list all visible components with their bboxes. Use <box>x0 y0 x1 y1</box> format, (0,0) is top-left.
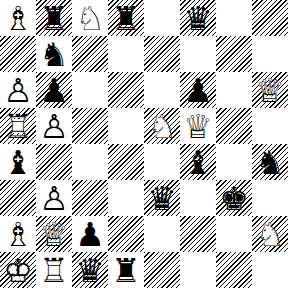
square-c7[interactable] <box>72 36 108 72</box>
white-bishop-glyph: ♗ <box>0 216 36 252</box>
square-f8[interactable]: ♕♛ <box>180 0 216 36</box>
square-d6[interactable] <box>108 72 144 108</box>
square-h7[interactable] <box>252 36 288 72</box>
square-e8[interactable] <box>144 0 180 36</box>
square-g7[interactable] <box>216 36 252 72</box>
piece-black-pawn[interactable]: ♙♟ <box>180 72 216 108</box>
black-pawn-glyph: ♟ <box>36 72 72 108</box>
white-queen-glyph: ♕ <box>36 216 72 252</box>
black-knight-glyph: ♞ <box>252 144 288 180</box>
square-f6[interactable]: ♙♟ <box>180 72 216 108</box>
square-h4[interactable]: ♘♞ <box>252 144 288 180</box>
square-h1[interactable] <box>252 252 288 288</box>
black-queen-glyph: ♛ <box>180 0 216 36</box>
piece-white-knight[interactable]: ♞♘ <box>252 216 288 252</box>
square-c6[interactable] <box>72 72 108 108</box>
square-f2[interactable] <box>180 216 216 252</box>
square-h3[interactable] <box>252 180 288 216</box>
piece-white-queen[interactable]: ♛♕ <box>36 216 72 252</box>
square-e2[interactable] <box>144 216 180 252</box>
piece-black-pawn[interactable]: ♙♟ <box>36 72 72 108</box>
square-h5[interactable] <box>252 108 288 144</box>
white-queen-glyph: ♕ <box>180 108 216 144</box>
piece-black-bishop[interactable]: ♗♝ <box>180 144 216 180</box>
square-f5[interactable]: ♛♕ <box>180 108 216 144</box>
square-g1[interactable] <box>216 252 252 288</box>
white-knight-glyph: ♘ <box>252 216 288 252</box>
black-queen-glyph: ♛ <box>72 252 108 288</box>
square-a2[interactable]: ♝♗ <box>0 216 36 252</box>
square-g4[interactable] <box>216 144 252 180</box>
piece-white-knight[interactable]: ♞♘ <box>144 108 180 144</box>
square-f1[interactable] <box>180 252 216 288</box>
black-queen-glyph: ♛ <box>144 180 180 216</box>
white-knight-glyph: ♘ <box>72 0 108 36</box>
square-a3[interactable] <box>0 180 36 216</box>
square-f3[interactable] <box>180 180 216 216</box>
white-queen-glyph: ♕ <box>252 72 288 108</box>
piece-black-king[interactable]: ♔♚ <box>216 180 252 216</box>
square-d4[interactable] <box>108 144 144 180</box>
square-g3[interactable]: ♔♚ <box>216 180 252 216</box>
square-a6[interactable]: ♟♙ <box>0 72 36 108</box>
chess-board: ♝♗♖♜♞♘♖♜♕♛♘♞♟♙♙♟♙♟♛♕♜♖♟♙♞♘♛♕♗♝♗♝♘♞♟♙♕♛♔♚… <box>0 0 288 288</box>
square-b6[interactable]: ♙♟ <box>36 72 72 108</box>
square-b7[interactable]: ♘♞ <box>36 36 72 72</box>
square-b4[interactable] <box>36 144 72 180</box>
square-d7[interactable] <box>108 36 144 72</box>
piece-black-queen[interactable]: ♕♛ <box>144 180 180 216</box>
square-e6[interactable] <box>144 72 180 108</box>
square-b2[interactable]: ♛♕ <box>36 216 72 252</box>
square-d1[interactable]: ♖♜ <box>108 252 144 288</box>
square-e4[interactable] <box>144 144 180 180</box>
square-g6[interactable] <box>216 72 252 108</box>
piece-black-knight[interactable]: ♘♞ <box>252 144 288 180</box>
black-king-glyph: ♚ <box>216 180 252 216</box>
square-f4[interactable]: ♗♝ <box>180 144 216 180</box>
piece-white-king[interactable]: ♚♔ <box>0 252 36 288</box>
square-d3[interactable] <box>108 180 144 216</box>
white-king-glyph: ♔ <box>0 252 36 288</box>
square-g2[interactable] <box>216 216 252 252</box>
piece-white-rook[interactable]: ♜♖ <box>36 252 72 288</box>
square-g8[interactable] <box>216 0 252 36</box>
square-c5[interactable] <box>72 108 108 144</box>
square-h2[interactable]: ♞♘ <box>252 216 288 252</box>
square-e5[interactable]: ♞♘ <box>144 108 180 144</box>
white-pawn-glyph: ♙ <box>0 72 36 108</box>
piece-white-bishop[interactable]: ♝♗ <box>0 216 36 252</box>
square-a7[interactable] <box>0 36 36 72</box>
square-e7[interactable] <box>144 36 180 72</box>
piece-white-rook[interactable]: ♜♖ <box>0 108 36 144</box>
square-d8[interactable]: ♖♜ <box>108 0 144 36</box>
piece-white-pawn[interactable]: ♟♙ <box>36 180 72 216</box>
square-b3[interactable]: ♟♙ <box>36 180 72 216</box>
piece-white-knight[interactable]: ♞♘ <box>72 0 108 36</box>
piece-black-rook[interactable]: ♖♜ <box>108 252 144 288</box>
square-c2[interactable]: ♙♟ <box>72 216 108 252</box>
square-a4[interactable]: ♗♝ <box>0 144 36 180</box>
black-knight-glyph: ♞ <box>36 36 72 72</box>
piece-black-knight[interactable]: ♘♞ <box>36 36 72 72</box>
piece-white-queen[interactable]: ♛♕ <box>180 108 216 144</box>
black-bishop-glyph: ♝ <box>0 144 36 180</box>
piece-black-queen[interactable]: ♕♛ <box>180 0 216 36</box>
square-c1[interactable]: ♕♛ <box>72 252 108 288</box>
white-pawn-glyph: ♙ <box>36 108 72 144</box>
square-g5[interactable] <box>216 108 252 144</box>
square-e3[interactable]: ♕♛ <box>144 180 180 216</box>
square-c8[interactable]: ♞♘ <box>72 0 108 36</box>
piece-white-queen[interactable]: ♛♕ <box>252 72 288 108</box>
piece-black-rook[interactable]: ♖♜ <box>36 0 72 36</box>
black-rook-glyph: ♜ <box>108 0 144 36</box>
square-b1[interactable]: ♜♖ <box>36 252 72 288</box>
square-c4[interactable] <box>72 144 108 180</box>
black-pawn-glyph: ♟ <box>72 216 108 252</box>
white-pawn-glyph: ♙ <box>36 180 72 216</box>
black-rook-glyph: ♜ <box>36 0 72 36</box>
piece-white-pawn[interactable]: ♟♙ <box>36 108 72 144</box>
white-rook-glyph: ♖ <box>36 252 72 288</box>
white-bishop-glyph: ♗ <box>0 0 36 36</box>
square-e1[interactable] <box>144 252 180 288</box>
white-knight-glyph: ♘ <box>144 108 180 144</box>
square-a1[interactable]: ♚♔ <box>0 252 36 288</box>
square-b5[interactable]: ♟♙ <box>36 108 72 144</box>
piece-black-bishop[interactable]: ♗♝ <box>0 144 36 180</box>
square-h6[interactable]: ♛♕ <box>252 72 288 108</box>
piece-black-rook[interactable]: ♖♜ <box>108 0 144 36</box>
square-d2[interactable] <box>108 216 144 252</box>
piece-white-bishop[interactable]: ♝♗ <box>0 0 36 36</box>
square-c3[interactable] <box>72 180 108 216</box>
black-rook-glyph: ♜ <box>108 252 144 288</box>
piece-black-queen[interactable]: ♕♛ <box>72 252 108 288</box>
square-h8[interactable] <box>252 0 288 36</box>
piece-black-pawn[interactable]: ♙♟ <box>72 216 108 252</box>
square-a8[interactable]: ♝♗ <box>0 0 36 36</box>
white-rook-glyph: ♖ <box>0 108 36 144</box>
black-bishop-glyph: ♝ <box>180 144 216 180</box>
black-pawn-glyph: ♟ <box>180 72 216 108</box>
square-b8[interactable]: ♖♜ <box>36 0 72 36</box>
square-d5[interactable] <box>108 108 144 144</box>
square-f7[interactable] <box>180 36 216 72</box>
square-a5[interactable]: ♜♖ <box>0 108 36 144</box>
piece-white-pawn[interactable]: ♟♙ <box>0 72 36 108</box>
